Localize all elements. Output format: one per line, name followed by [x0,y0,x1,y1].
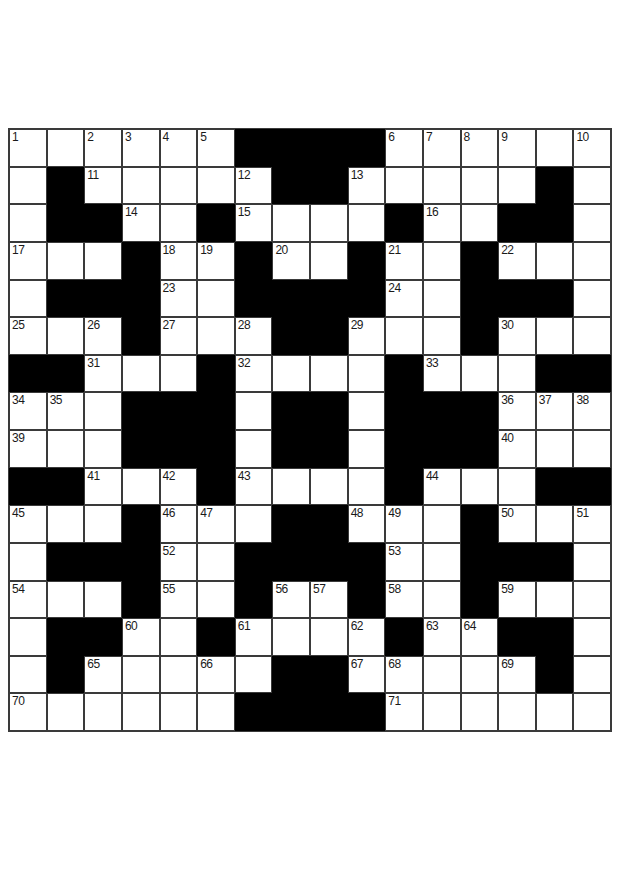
white-cell[interactable] [310,468,348,506]
white-cell[interactable]: 19 [197,242,235,280]
clue-number: 33 [426,356,438,370]
white-cell[interactable] [9,543,47,581]
white-cell[interactable] [47,505,85,543]
clue-number: 53 [388,544,400,558]
white-cell[interactable]: 29 [348,317,386,355]
white-cell[interactable] [197,693,235,731]
white-cell[interactable]: 13 [348,167,386,205]
black-cell [122,317,160,355]
black-cell [310,656,348,694]
white-cell[interactable]: 53 [385,543,423,581]
white-cell[interactable] [84,581,122,619]
white-cell[interactable] [84,505,122,543]
black-cell [385,204,423,242]
black-cell [235,129,273,167]
black-cell [47,167,85,205]
white-cell[interactable]: 33 [423,355,461,393]
white-cell[interactable] [235,392,273,430]
white-cell[interactable] [461,468,499,506]
black-cell [197,618,235,656]
crossword-page: 1234567891011121314151617181920212223242… [0,0,620,875]
clue-number: 21 [388,243,400,257]
clue-number: 42 [163,469,175,483]
white-cell[interactable] [160,618,198,656]
white-cell[interactable]: 6 [385,129,423,167]
white-cell[interactable] [423,693,461,731]
black-cell [84,204,122,242]
white-cell[interactable]: 54 [9,581,47,619]
white-cell[interactable] [573,693,611,731]
black-cell [536,280,574,318]
white-cell[interactable] [47,242,85,280]
white-cell[interactable]: 60 [122,618,160,656]
white-cell[interactable] [348,430,386,468]
white-cell[interactable] [423,505,461,543]
white-cell[interactable]: 66 [197,656,235,694]
black-cell [272,167,310,205]
white-cell[interactable] [573,430,611,468]
black-cell [235,543,273,581]
white-cell[interactable] [536,242,574,280]
white-cell[interactable]: 65 [84,656,122,694]
white-cell[interactable]: 16 [423,204,461,242]
white-cell[interactable] [310,355,348,393]
white-cell[interactable] [423,543,461,581]
white-cell[interactable] [9,618,47,656]
clue-number: 41 [87,469,99,483]
white-cell[interactable]: 32 [235,355,273,393]
white-cell[interactable]: 40 [498,430,536,468]
black-cell [272,129,310,167]
black-cell [9,355,47,393]
white-cell[interactable] [348,204,386,242]
white-cell[interactable]: 58 [385,581,423,619]
white-cell[interactable] [122,355,160,393]
white-cell[interactable]: 68 [385,656,423,694]
black-cell [310,543,348,581]
clue-number: 26 [87,318,99,332]
black-cell [122,242,160,280]
clue-number: 46 [163,506,175,520]
white-cell[interactable]: 51 [573,505,611,543]
white-cell[interactable]: 56 [272,581,310,619]
black-cell [310,280,348,318]
black-cell [160,430,198,468]
white-cell[interactable] [461,204,499,242]
clue-number: 50 [501,506,513,520]
white-cell[interactable] [47,581,85,619]
white-cell[interactable]: 41 [84,468,122,506]
clue-number: 10 [576,130,588,144]
clue-number: 11 [87,168,98,182]
white-cell[interactable]: 14 [122,204,160,242]
clue-number: 27 [163,318,175,332]
white-cell[interactable] [122,167,160,205]
white-cell[interactable] [272,618,310,656]
white-cell[interactable] [348,355,386,393]
white-cell[interactable] [9,280,47,318]
clue-number: 54 [12,582,24,596]
white-cell[interactable]: 48 [348,505,386,543]
white-cell[interactable] [573,242,611,280]
black-cell [235,693,273,731]
black-cell [385,430,423,468]
white-cell[interactable] [423,167,461,205]
white-cell[interactable]: 44 [423,468,461,506]
white-cell[interactable] [84,392,122,430]
black-cell [385,392,423,430]
white-cell[interactable]: 35 [47,392,85,430]
white-cell[interactable]: 31 [84,355,122,393]
white-cell[interactable] [160,656,198,694]
black-cell [235,280,273,318]
black-cell [197,204,235,242]
white-cell[interactable]: 70 [9,693,47,731]
white-cell[interactable]: 34 [9,392,47,430]
clue-number: 69 [501,657,513,671]
white-cell[interactable]: 22 [498,242,536,280]
white-cell[interactable] [498,355,536,393]
white-cell[interactable]: 18 [160,242,198,280]
white-cell[interactable] [423,317,461,355]
clue-number: 1 [12,130,18,144]
white-cell[interactable]: 10 [573,129,611,167]
white-cell[interactable] [573,167,611,205]
black-cell [122,543,160,581]
white-cell[interactable] [573,581,611,619]
white-cell[interactable]: 52 [160,543,198,581]
white-cell[interactable] [348,392,386,430]
white-cell[interactable] [197,167,235,205]
white-cell[interactable] [197,543,235,581]
white-cell[interactable]: 24 [385,280,423,318]
clue-number: 9 [501,130,507,144]
white-cell[interactable] [272,204,310,242]
clue-number: 62 [351,619,363,633]
white-cell[interactable] [573,618,611,656]
white-cell[interactable]: 59 [498,581,536,619]
white-cell[interactable] [47,129,85,167]
clue-number: 19 [200,243,212,257]
white-cell[interactable]: 11 [84,167,122,205]
white-cell[interactable]: 63 [423,618,461,656]
clue-number: 23 [163,281,175,295]
black-cell [122,280,160,318]
white-cell[interactable]: 30 [498,317,536,355]
white-cell[interactable]: 7 [423,129,461,167]
black-cell [272,317,310,355]
white-cell[interactable]: 17 [9,242,47,280]
white-cell[interactable] [423,581,461,619]
black-cell [423,392,461,430]
black-cell [498,204,536,242]
clue-number: 7 [426,130,432,144]
black-cell [235,242,273,280]
white-cell[interactable] [9,167,47,205]
white-cell[interactable] [272,468,310,506]
clue-number: 35 [50,393,62,407]
white-cell[interactable] [310,204,348,242]
black-cell [235,581,273,619]
clue-number: 16 [426,205,438,219]
white-cell[interactable]: 2 [84,129,122,167]
black-cell [272,505,310,543]
white-cell[interactable] [536,581,574,619]
white-cell[interactable] [47,317,85,355]
black-cell [536,355,574,393]
white-cell[interactable] [573,317,611,355]
white-cell[interactable] [235,430,273,468]
black-cell [536,543,574,581]
clue-number: 32 [238,356,250,370]
black-cell [310,392,348,430]
white-cell[interactable]: 69 [498,656,536,694]
clue-number: 18 [163,243,175,257]
black-cell [573,468,611,506]
clue-number: 3 [125,130,131,144]
black-cell [348,280,386,318]
black-cell [310,430,348,468]
white-cell[interactable] [160,167,198,205]
black-cell [461,543,499,581]
black-cell [310,129,348,167]
white-cell[interactable]: 8 [461,129,499,167]
clue-number: 43 [238,469,250,483]
white-cell[interactable] [573,656,611,694]
white-cell[interactable]: 3 [122,129,160,167]
clue-number: 29 [351,318,363,332]
white-cell[interactable] [84,242,122,280]
clue-number: 25 [12,318,24,332]
black-cell [461,280,499,318]
white-cell[interactable] [235,656,273,694]
white-cell[interactable]: 9 [498,129,536,167]
white-cell[interactable]: 50 [498,505,536,543]
white-cell[interactable]: 38 [573,392,611,430]
white-cell[interactable]: 64 [461,618,499,656]
black-cell [385,355,423,393]
white-cell[interactable] [122,468,160,506]
clue-number: 24 [388,281,400,295]
black-cell [47,618,85,656]
white-cell[interactable]: 47 [197,505,235,543]
white-cell[interactable] [47,693,85,731]
black-cell [461,505,499,543]
black-cell [122,505,160,543]
black-cell [385,618,423,656]
white-cell[interactable] [536,505,574,543]
white-cell[interactable] [84,693,122,731]
white-cell[interactable] [573,543,611,581]
clue-number: 63 [426,619,438,633]
clue-number: 67 [351,657,363,671]
clue-number: 13 [351,168,363,182]
white-cell[interactable] [461,693,499,731]
black-cell [461,430,499,468]
white-cell[interactable] [160,204,198,242]
white-cell[interactable] [461,355,499,393]
clue-number: 48 [351,506,363,520]
black-cell [310,693,348,731]
white-cell[interactable] [536,317,574,355]
clue-number: 20 [275,243,287,257]
white-cell[interactable] [573,280,611,318]
black-cell [536,468,574,506]
white-cell[interactable] [197,280,235,318]
crossword-board: 1234567891011121314151617181920212223242… [8,128,612,732]
white-cell[interactable] [310,618,348,656]
black-cell [272,543,310,581]
black-cell [272,693,310,731]
clue-number: 58 [388,582,400,596]
white-cell[interactable]: 57 [310,581,348,619]
black-cell [197,355,235,393]
white-cell[interactable] [9,656,47,694]
clue-number: 15 [238,205,250,219]
clue-number: 70 [12,694,24,708]
black-cell [47,656,85,694]
black-cell [122,581,160,619]
clue-number: 45 [12,506,24,520]
black-cell [310,505,348,543]
white-cell[interactable] [385,167,423,205]
black-cell [9,468,47,506]
white-cell[interactable] [461,656,499,694]
white-cell[interactable] [423,242,461,280]
black-cell [498,280,536,318]
white-cell[interactable]: 25 [9,317,47,355]
clue-number: 40 [501,431,513,445]
white-cell[interactable]: 49 [385,505,423,543]
white-cell[interactable]: 4 [160,129,198,167]
clue-number: 12 [238,168,250,182]
black-cell [536,618,574,656]
white-cell[interactable] [461,167,499,205]
white-cell[interactable] [160,693,198,731]
white-cell[interactable] [536,693,574,731]
white-cell[interactable] [122,693,160,731]
black-cell [84,543,122,581]
clue-number: 59 [501,582,513,596]
black-cell [47,543,85,581]
black-cell [348,242,386,280]
black-cell [272,430,310,468]
white-cell[interactable]: 23 [160,280,198,318]
clue-number: 6 [388,130,394,144]
white-cell[interactable]: 39 [9,430,47,468]
black-cell [461,392,499,430]
white-cell[interactable]: 36 [498,392,536,430]
white-cell[interactable]: 28 [235,317,273,355]
white-cell[interactable] [197,581,235,619]
white-cell[interactable] [498,693,536,731]
white-cell[interactable] [498,167,536,205]
white-cell[interactable]: 45 [9,505,47,543]
white-cell[interactable]: 62 [348,618,386,656]
black-cell [461,581,499,619]
white-cell[interactable] [197,317,235,355]
clue-number: 39 [12,431,24,445]
clue-number: 64 [464,619,476,633]
black-cell [573,355,611,393]
black-cell [272,656,310,694]
white-cell[interactable] [423,656,461,694]
white-cell[interactable]: 1 [9,129,47,167]
black-cell [498,618,536,656]
clue-number: 5 [200,130,206,144]
black-cell [47,355,85,393]
clue-number: 51 [576,506,588,520]
white-cell[interactable]: 5 [197,129,235,167]
black-cell [272,280,310,318]
white-cell[interactable] [160,355,198,393]
white-cell[interactable]: 27 [160,317,198,355]
black-cell [122,392,160,430]
white-cell[interactable]: 12 [235,167,273,205]
white-cell[interactable] [9,204,47,242]
white-cell[interactable]: 37 [536,392,574,430]
clue-number: 22 [501,243,513,257]
white-cell[interactable] [385,317,423,355]
white-cell[interactable]: 71 [385,693,423,731]
white-cell[interactable] [536,129,574,167]
black-cell [47,468,85,506]
white-cell[interactable]: 61 [235,618,273,656]
clue-number: 68 [388,657,400,671]
white-cell[interactable]: 43 [235,468,273,506]
clue-number: 49 [388,506,400,520]
white-cell[interactable] [348,468,386,506]
white-cell[interactable] [536,430,574,468]
clue-number: 14 [125,205,137,219]
clue-number: 31 [87,356,99,370]
clue-number: 38 [576,393,588,407]
white-cell[interactable] [122,656,160,694]
clue-number: 28 [238,318,250,332]
white-cell[interactable] [498,468,536,506]
white-cell[interactable] [235,505,273,543]
clue-number: 56 [275,582,287,596]
white-cell[interactable] [47,430,85,468]
white-cell[interactable]: 55 [160,581,198,619]
white-cell[interactable]: 42 [160,468,198,506]
white-cell[interactable]: 26 [84,317,122,355]
black-cell [47,204,85,242]
clue-number: 60 [125,619,137,633]
white-cell[interactable] [423,280,461,318]
white-cell[interactable]: 46 [160,505,198,543]
black-cell [461,317,499,355]
black-cell [84,618,122,656]
white-cell[interactable]: 20 [272,242,310,280]
white-cell[interactable] [573,204,611,242]
black-cell [348,543,386,581]
black-cell [385,468,423,506]
black-cell [423,430,461,468]
clue-number: 4 [163,130,169,144]
clue-number: 37 [539,393,551,407]
black-cell [197,430,235,468]
white-cell[interactable] [310,242,348,280]
white-cell[interactable]: 15 [235,204,273,242]
black-cell [122,430,160,468]
white-cell[interactable]: 21 [385,242,423,280]
white-cell[interactable] [272,355,310,393]
black-cell [348,581,386,619]
white-cell[interactable]: 67 [348,656,386,694]
black-cell [348,129,386,167]
white-cell[interactable] [84,430,122,468]
